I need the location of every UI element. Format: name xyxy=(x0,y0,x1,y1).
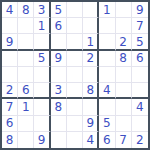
sudoku-cell-r8c4[interactable] xyxy=(51,116,67,132)
sudoku-cell-r5c3[interactable] xyxy=(34,67,50,83)
given-digit: 7 xyxy=(119,133,127,145)
sudoku-cell-r7c9[interactable]: 4 xyxy=(132,99,148,115)
sudoku-cell-r4c8[interactable]: 8 xyxy=(116,51,132,67)
sudoku-cell-r7c3[interactable] xyxy=(34,99,50,115)
sudoku-cell-r7c4[interactable]: 8 xyxy=(51,99,67,115)
sudoku-cell-r4c9[interactable]: 6 xyxy=(132,51,148,67)
sudoku-cell-r2c2[interactable] xyxy=(18,18,34,34)
given-digit: 3 xyxy=(38,3,46,15)
sudoku-cell-r1c7[interactable]: 1 xyxy=(99,2,115,18)
sudoku-cell-r6c3[interactable] xyxy=(34,83,50,99)
sudoku-cell-r9c2[interactable] xyxy=(18,132,34,148)
sudoku-cell-r7c6[interactable] xyxy=(83,99,99,115)
sudoku-cell-r4c6[interactable]: 2 xyxy=(83,51,99,67)
sudoku-cell-r8c1[interactable]: 6 xyxy=(2,116,18,132)
given-digit: 9 xyxy=(86,117,94,129)
sudoku-cell-r6c1[interactable]: 2 xyxy=(2,83,18,99)
given-digit: 6 xyxy=(6,117,14,129)
sudoku-cell-r6c5[interactable] xyxy=(67,83,83,99)
sudoku-cell-r4c5[interactable] xyxy=(67,51,83,67)
sudoku-cell-r3c1[interactable]: 9 xyxy=(2,34,18,50)
sudoku-cell-r4c2[interactable] xyxy=(18,51,34,67)
sudoku-cell-r3c9[interactable]: 5 xyxy=(132,34,148,50)
sudoku-cell-r8c3[interactable] xyxy=(34,116,50,132)
sudoku-cell-r8c9[interactable] xyxy=(132,116,148,132)
sudoku-board: 483519167912559286263847184695894672 xyxy=(0,0,150,150)
given-digit: 6 xyxy=(22,84,30,96)
given-digit: 8 xyxy=(54,100,62,112)
sudoku-cell-r2c9[interactable]: 7 xyxy=(132,18,148,34)
sudoku-cell-r6c8[interactable] xyxy=(116,83,132,99)
sudoku-cell-r4c7[interactable] xyxy=(99,51,115,67)
sudoku-cell-r9c1[interactable]: 8 xyxy=(2,132,18,148)
sudoku-cell-r9c4[interactable] xyxy=(51,132,67,148)
sudoku-cell-r3c6[interactable]: 1 xyxy=(83,34,99,50)
sudoku-cell-r6c2[interactable]: 6 xyxy=(18,83,34,99)
given-digit: 8 xyxy=(86,84,94,96)
given-digit: 9 xyxy=(136,3,144,15)
given-digit: 4 xyxy=(136,100,144,112)
sudoku-cell-r7c1[interactable]: 7 xyxy=(2,99,18,115)
sudoku-cell-r1c1[interactable]: 4 xyxy=(2,2,18,18)
sudoku-cell-r8c8[interactable] xyxy=(116,116,132,132)
sudoku-cell-r9c8[interactable]: 7 xyxy=(116,132,132,148)
given-digit: 5 xyxy=(136,35,144,47)
sudoku-cell-r1c6[interactable] xyxy=(83,2,99,18)
given-digit: 8 xyxy=(22,3,30,15)
sudoku-cell-r7c8[interactable] xyxy=(116,99,132,115)
sudoku-cell-r3c5[interactable] xyxy=(67,34,83,50)
given-digit: 1 xyxy=(103,3,111,15)
sudoku-cell-r3c2[interactable] xyxy=(18,34,34,50)
sudoku-cell-r5c8[interactable] xyxy=(116,67,132,83)
sudoku-cell-r5c1[interactable] xyxy=(2,67,18,83)
sudoku-cell-r2c7[interactable] xyxy=(99,18,115,34)
sudoku-cell-r8c6[interactable]: 9 xyxy=(83,116,99,132)
given-digit: 9 xyxy=(6,35,14,47)
given-digit: 5 xyxy=(38,52,46,64)
sudoku-cell-r3c4[interactable] xyxy=(51,34,67,50)
sudoku-cell-r6c6[interactable]: 8 xyxy=(83,83,99,99)
sudoku-cell-r1c5[interactable] xyxy=(67,2,83,18)
sudoku-cell-r9c9[interactable]: 2 xyxy=(132,132,148,148)
given-digit: 2 xyxy=(136,133,144,145)
sudoku-cell-r5c4[interactable] xyxy=(51,67,67,83)
given-digit: 9 xyxy=(54,52,62,64)
given-digit: 4 xyxy=(86,133,94,145)
sudoku-cell-r7c2[interactable]: 1 xyxy=(18,99,34,115)
sudoku-cell-r9c7[interactable]: 6 xyxy=(99,132,115,148)
given-digit: 1 xyxy=(38,19,46,31)
given-digit: 8 xyxy=(6,133,14,145)
sudoku-cell-r7c5[interactable] xyxy=(67,99,83,115)
sudoku-cell-r8c2[interactable] xyxy=(18,116,34,132)
sudoku-cell-r9c6[interactable]: 4 xyxy=(83,132,99,148)
sudoku-cell-r1c2[interactable]: 8 xyxy=(18,2,34,18)
given-digit: 2 xyxy=(6,84,14,96)
given-digit: 8 xyxy=(119,52,127,64)
sudoku-cell-r4c3[interactable]: 5 xyxy=(34,51,50,67)
given-digit: 9 xyxy=(38,133,46,145)
given-digit: 7 xyxy=(136,19,144,31)
given-digit: 6 xyxy=(136,52,144,64)
sudoku-cell-r8c7[interactable]: 5 xyxy=(99,116,115,132)
sudoku-cell-r2c5[interactable] xyxy=(67,18,83,34)
sudoku-cell-r1c9[interactable]: 9 xyxy=(132,2,148,18)
sudoku-cell-r3c8[interactable]: 2 xyxy=(116,34,132,50)
sudoku-cell-r5c6[interactable] xyxy=(83,67,99,83)
given-digit: 4 xyxy=(6,3,14,15)
sudoku-cell-r3c3[interactable] xyxy=(34,34,50,50)
sudoku-cell-r6c9[interactable] xyxy=(132,83,148,99)
given-digit: 7 xyxy=(6,100,14,112)
given-digit: 4 xyxy=(103,84,111,96)
sudoku-cell-r2c3[interactable]: 1 xyxy=(34,18,50,34)
sudoku-cell-r2c6[interactable] xyxy=(83,18,99,34)
sudoku-cell-r4c4[interactable]: 9 xyxy=(51,51,67,67)
sudoku-cell-r3c7[interactable] xyxy=(99,34,115,50)
sudoku-cell-r5c5[interactable] xyxy=(67,67,83,83)
sudoku-cell-r9c3[interactable]: 9 xyxy=(34,132,50,148)
sudoku-cell-r8c5[interactable] xyxy=(67,116,83,132)
sudoku-cell-r1c4[interactable]: 5 xyxy=(51,2,67,18)
given-digit: 6 xyxy=(103,133,111,145)
given-digit: 5 xyxy=(54,3,62,15)
given-digit: 1 xyxy=(22,100,30,112)
given-digit: 1 xyxy=(86,35,94,47)
sudoku-cell-r5c2[interactable] xyxy=(18,67,34,83)
sudoku-cell-r5c7[interactable] xyxy=(99,67,115,83)
sudoku-cell-r5c9[interactable] xyxy=(132,67,148,83)
given-digit: 3 xyxy=(54,84,62,96)
given-digit: 6 xyxy=(54,19,62,31)
sudoku-cell-r2c4[interactable]: 6 xyxy=(51,18,67,34)
given-digit: 2 xyxy=(86,52,94,64)
sudoku-cell-r6c7[interactable]: 4 xyxy=(99,83,115,99)
given-digit: 2 xyxy=(119,35,127,47)
sudoku-cell-r7c7[interactable] xyxy=(99,99,115,115)
sudoku-cell-r4c1[interactable] xyxy=(2,51,18,67)
sudoku-cell-r9c5[interactable] xyxy=(67,132,83,148)
sudoku-cell-r6c4[interactable]: 3 xyxy=(51,83,67,99)
sudoku-cell-r2c1[interactable] xyxy=(2,18,18,34)
given-digit: 5 xyxy=(103,117,111,129)
sudoku-cell-r1c8[interactable] xyxy=(116,2,132,18)
sudoku-cell-r2c8[interactable] xyxy=(116,18,132,34)
sudoku-cell-r1c3[interactable]: 3 xyxy=(34,2,50,18)
